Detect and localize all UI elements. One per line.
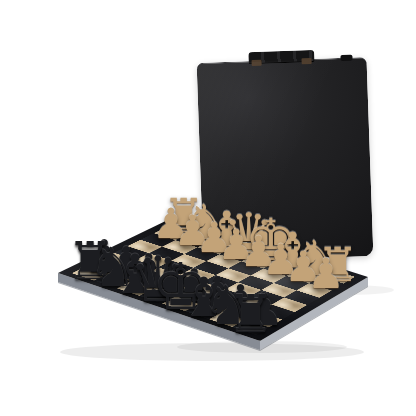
slab-sides-and-shadow bbox=[0, 0, 416, 416]
scene: ♜♞♝♛♚♝♞♜♟♟♟♟♟♟♟♟♟♟♟♟♟♟♟♟♜♞♝♛♚♝♞♜ bbox=[0, 0, 416, 416]
